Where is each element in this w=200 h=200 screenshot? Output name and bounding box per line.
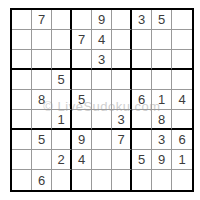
cell-r4c1[interactable]	[12, 70, 32, 90]
cell-r6c9[interactable]	[172, 110, 192, 130]
cell-r6c6[interactable]: 3	[112, 110, 132, 130]
cell-r9c6[interactable]	[112, 170, 132, 190]
cell-r3c8[interactable]	[152, 50, 172, 70]
cell-r8c3[interactable]: 2	[52, 150, 72, 170]
cell-r9c9[interactable]	[172, 170, 192, 190]
cell-r6c7[interactable]	[132, 110, 152, 130]
cell-r3c6[interactable]	[112, 50, 132, 70]
cell-r5c9[interactable]: 4	[172, 90, 192, 110]
cell-r9c7[interactable]	[132, 170, 152, 190]
cell-r2c4[interactable]: 7	[72, 30, 92, 50]
cell-r8c1[interactable]	[12, 150, 32, 170]
cell-r8c6[interactable]	[112, 150, 132, 170]
cell-r1c8[interactable]: 5	[152, 10, 172, 30]
cell-r3c4[interactable]	[72, 50, 92, 70]
cell-r2c2[interactable]	[32, 30, 52, 50]
sudoku-board: © LiveSudoku.com 79357435856141385973624…	[10, 8, 194, 192]
cell-r1c1[interactable]	[12, 10, 32, 30]
cell-r6c2[interactable]	[32, 110, 52, 130]
cell-r6c1[interactable]	[12, 110, 32, 130]
cell-r4c3[interactable]: 5	[52, 70, 72, 90]
cell-r1c5[interactable]: 9	[92, 10, 112, 30]
cell-r9c5[interactable]	[92, 170, 112, 190]
cell-r7c9[interactable]: 6	[172, 130, 192, 150]
cell-r5c5[interactable]	[92, 90, 112, 110]
sudoku-page: © LiveSudoku.com 79357435856141385973624…	[0, 0, 200, 200]
cell-r8c9[interactable]: 1	[172, 150, 192, 170]
cell-r8c8[interactable]: 9	[152, 150, 172, 170]
cell-r7c5[interactable]	[92, 130, 112, 150]
cell-r6c3[interactable]: 1	[52, 110, 72, 130]
cell-r2c9[interactable]	[172, 30, 192, 50]
cell-r9c8[interactable]	[152, 170, 172, 190]
cell-r5c4[interactable]: 5	[72, 90, 92, 110]
cell-r4c8[interactable]	[152, 70, 172, 90]
cell-r4c2[interactable]	[32, 70, 52, 90]
cell-r3c1[interactable]	[12, 50, 32, 70]
cell-r7c6[interactable]: 7	[112, 130, 132, 150]
cell-r8c4[interactable]: 4	[72, 150, 92, 170]
cell-r4c9[interactable]	[172, 70, 192, 90]
cell-r1c4[interactable]	[72, 10, 92, 30]
cell-r3c2[interactable]	[32, 50, 52, 70]
cell-r7c2[interactable]: 5	[32, 130, 52, 150]
cell-r5c1[interactable]	[12, 90, 32, 110]
cell-r9c3[interactable]	[52, 170, 72, 190]
cell-r8c7[interactable]: 5	[132, 150, 152, 170]
cell-r5c3[interactable]	[52, 90, 72, 110]
cell-r7c1[interactable]	[12, 130, 32, 150]
cell-r2c6[interactable]	[112, 30, 132, 50]
cell-r8c2[interactable]	[32, 150, 52, 170]
cell-r8c5[interactable]	[92, 150, 112, 170]
cell-r7c3[interactable]	[52, 130, 72, 150]
cell-r1c9[interactable]	[172, 10, 192, 30]
cell-r7c4[interactable]: 9	[72, 130, 92, 150]
cell-r1c7[interactable]: 3	[132, 10, 152, 30]
cell-r2c5[interactable]: 4	[92, 30, 112, 50]
cell-r9c1[interactable]	[12, 170, 32, 190]
cell-r4c4[interactable]	[72, 70, 92, 90]
cell-r1c2[interactable]: 7	[32, 10, 52, 30]
cell-r5c7[interactable]: 6	[132, 90, 152, 110]
cell-r5c2[interactable]: 8	[32, 90, 52, 110]
cell-r7c7[interactable]	[132, 130, 152, 150]
cell-r2c1[interactable]	[12, 30, 32, 50]
cell-r3c9[interactable]	[172, 50, 192, 70]
cell-r4c7[interactable]	[132, 70, 152, 90]
cell-r6c5[interactable]	[92, 110, 112, 130]
cell-r7c8[interactable]: 3	[152, 130, 172, 150]
cell-r3c3[interactable]	[52, 50, 72, 70]
cell-r5c8[interactable]: 1	[152, 90, 172, 110]
cell-r4c5[interactable]	[92, 70, 112, 90]
cell-r3c7[interactable]	[132, 50, 152, 70]
cell-r6c8[interactable]: 8	[152, 110, 172, 130]
cell-r6c4[interactable]	[72, 110, 92, 130]
cell-r2c7[interactable]	[132, 30, 152, 50]
cell-r2c8[interactable]	[152, 30, 172, 50]
cell-r5c6[interactable]	[112, 90, 132, 110]
cell-r1c6[interactable]	[112, 10, 132, 30]
cell-r9c2[interactable]: 6	[32, 170, 52, 190]
cell-r3c5[interactable]: 3	[92, 50, 112, 70]
cell-r1c3[interactable]	[52, 10, 72, 30]
cell-r9c4[interactable]	[72, 170, 92, 190]
cell-r4c6[interactable]	[112, 70, 132, 90]
cell-r2c3[interactable]	[52, 30, 72, 50]
